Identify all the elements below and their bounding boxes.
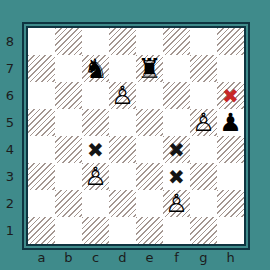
square-b1[interactable] [55,217,82,244]
square-a4[interactable] [28,136,55,163]
x-mark-c4: ✖ [87,140,104,160]
square-a3[interactable] [28,163,55,190]
square-h7[interactable] [217,55,244,82]
white-pawn-g5[interactable]: ♙ [192,110,214,135]
square-h4[interactable] [217,136,244,163]
x-mark-f3: ✖ [168,167,185,187]
square-e5[interactable] [136,109,163,136]
square-d4[interactable] [109,136,136,163]
square-g7[interactable] [190,55,217,82]
rank-label-3: 3 [0,163,20,190]
black-rook-e7[interactable]: ♜ [137,55,161,82]
square-f8[interactable] [163,28,190,55]
x-mark-h6: ✖ [222,86,239,106]
rank-label-1: 1 [0,217,20,244]
square-g2[interactable] [190,190,217,217]
square-c7[interactable]: ♞ [82,55,109,82]
square-d2[interactable] [109,190,136,217]
square-e3[interactable] [136,163,163,190]
file-label-d: d [109,250,136,268]
square-e6[interactable] [136,82,163,109]
rank-label-2: 2 [0,190,20,217]
square-c6[interactable] [82,82,109,109]
square-f5[interactable] [163,109,190,136]
square-a8[interactable] [28,28,55,55]
square-e8[interactable] [136,28,163,55]
square-f3[interactable]: ✖ [163,163,190,190]
square-b5[interactable] [55,109,82,136]
square-h6[interactable]: ✖ [217,82,244,109]
rank-label-5: 5 [0,109,20,136]
square-e4[interactable] [136,136,163,163]
square-f6[interactable] [163,82,190,109]
square-g5[interactable]: ♙ [190,109,217,136]
square-h3[interactable] [217,163,244,190]
square-e7[interactable]: ♜ [136,55,163,82]
board-frame: ♞♜♙✖♙♟✖✖♙✖♙ [26,26,246,246]
square-a5[interactable] [28,109,55,136]
square-g8[interactable] [190,28,217,55]
square-b6[interactable] [55,82,82,109]
file-label-f: f [163,250,190,268]
square-b2[interactable] [55,190,82,217]
square-g1[interactable] [190,217,217,244]
square-g6[interactable] [190,82,217,109]
square-d7[interactable] [109,55,136,82]
board-grid: ♞♜♙✖♙♟✖✖♙✖♙ [28,28,244,244]
square-f4[interactable]: ✖ [163,136,190,163]
square-h5[interactable]: ♟ [217,109,244,136]
square-e2[interactable] [136,190,163,217]
file-label-g: g [190,250,217,268]
square-h1[interactable] [217,217,244,244]
square-d1[interactable] [109,217,136,244]
square-h2[interactable] [217,190,244,217]
square-b7[interactable] [55,55,82,82]
file-labels: a b c d e f g h [28,250,244,268]
file-label-e: e [136,250,163,268]
square-d5[interactable] [109,109,136,136]
square-c4[interactable]: ✖ [82,136,109,163]
square-c8[interactable] [82,28,109,55]
square-d6[interactable]: ♙ [109,82,136,109]
square-b3[interactable] [55,163,82,190]
x-mark-f4: ✖ [168,140,185,160]
file-label-a: a [28,250,55,268]
rank-label-7: 7 [0,55,20,82]
square-b4[interactable] [55,136,82,163]
square-h8[interactable] [217,28,244,55]
square-a1[interactable] [28,217,55,244]
rank-label-4: 4 [0,136,20,163]
square-e1[interactable] [136,217,163,244]
black-knight-c7[interactable]: ♞ [83,55,107,82]
rank-label-6: 6 [0,82,20,109]
square-g4[interactable] [190,136,217,163]
square-c1[interactable] [82,217,109,244]
square-d8[interactable] [109,28,136,55]
file-label-h: h [217,250,244,268]
chessboard: ♞♜♙✖♙♟✖✖♙✖♙ [22,22,250,250]
rank-label-8: 8 [0,28,20,55]
file-label-b: b [55,250,82,268]
square-a6[interactable] [28,82,55,109]
square-f1[interactable] [163,217,190,244]
square-c5[interactable] [82,109,109,136]
square-f2[interactable]: ♙ [163,190,190,217]
square-a7[interactable] [28,55,55,82]
square-c3[interactable]: ♙ [82,163,109,190]
white-pawn-c3[interactable]: ♙ [84,164,106,189]
square-a2[interactable] [28,190,55,217]
square-d3[interactable] [109,163,136,190]
square-c2[interactable] [82,190,109,217]
square-g3[interactable] [190,163,217,190]
file-label-c: c [82,250,109,268]
black-pawn-h5[interactable]: ♟ [219,110,241,135]
white-pawn-f2[interactable]: ♙ [165,191,187,216]
square-f7[interactable] [163,55,190,82]
square-b8[interactable] [55,28,82,55]
rank-labels: 8 7 6 5 4 3 2 1 [0,28,20,244]
white-pawn-d6[interactable]: ♙ [111,83,133,108]
